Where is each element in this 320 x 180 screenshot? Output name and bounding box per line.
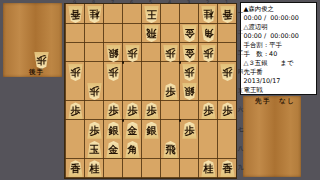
rank-label-6: 六 <box>237 106 244 113</box>
piece-sente-77[interactable]: 銀 <box>106 122 121 139</box>
sente-captured-stand[interactable]: 先手 なし <box>243 96 301 177</box>
piece-gote-74[interactable]: 歩 <box>106 64 121 81</box>
piece-gote-91[interactable]: 香 <box>68 6 83 23</box>
file-label-9: 9 <box>65 0 84 5</box>
piece-gote-81[interactable]: 桂 <box>87 6 102 23</box>
piece-sente-19[interactable]: 香 <box>220 160 235 177</box>
rank-label-2: 二 <box>237 29 244 36</box>
piece-gote-11[interactable]: 香 <box>220 6 235 23</box>
piece-sente-68[interactable]: 角 <box>125 141 140 158</box>
piece-sente-78[interactable]: 金 <box>106 141 121 158</box>
panel-line-8: 先手番 <box>244 68 317 77</box>
rank-label-7: 七 <box>237 126 244 133</box>
game-info-panel: ▲森内俊之00:00 / 00:00:00△渡辺明00:00 / 00:00:0… <box>240 2 317 95</box>
piece-gote-21[interactable]: 桂 <box>201 6 216 23</box>
piece-gote-34[interactable]: 歩 <box>182 64 197 81</box>
hoshi-dot <box>122 61 125 64</box>
piece-gote-23[interactable]: 歩 <box>201 45 216 62</box>
piece-sente-99[interactable]: 香 <box>68 160 83 177</box>
piece-gote-85[interactable]: 歩 <box>87 83 102 100</box>
panel-line-10: 電王戦 <box>244 86 317 95</box>
panel-line-6: 手 数：40 <box>244 50 317 59</box>
rank-label-3: 三 <box>237 49 244 56</box>
panel-line-1: ▲森内俊之 <box>244 5 317 14</box>
piece-sente-26[interactable]: 歩 <box>201 102 216 119</box>
piece-gote-52[interactable]: 飛 <box>144 25 159 42</box>
piece-sente-57[interactable]: 銀 <box>144 122 159 139</box>
shogi-board[interactable]: 香桂王桂香飛金角銀歩歩金歩歩歩歩歩歩銀歩歩歩歩歩歩歩歩銀金銀歩玉金角飛香桂桂香 <box>64 3 237 179</box>
piece-sente-96[interactable]: 歩 <box>68 102 83 119</box>
panel-line-9: 2013/10/17 <box>244 77 317 86</box>
piece-sente-89[interactable]: 桂 <box>87 160 102 177</box>
rank-label-1: 一 <box>237 10 244 17</box>
file-label-8: 8 <box>84 0 103 5</box>
hoshi-dot <box>122 119 125 122</box>
panel-line-5: 手合割：平手 <box>244 41 317 50</box>
piece-gote-35[interactable]: 銀 <box>182 83 197 100</box>
piece-gote-22[interactable]: 角 <box>201 25 216 42</box>
piece-gote-32[interactable]: 金 <box>182 25 197 42</box>
piece-gote-33[interactable]: 金 <box>182 45 197 62</box>
piece-gote-43[interactable]: 歩 <box>163 45 178 62</box>
piece-gote-73[interactable]: 銀 <box>106 45 121 62</box>
rank-label-4: 四 <box>237 68 244 75</box>
gote-stand-label: 後手 <box>29 68 44 77</box>
file-label-1: 1 <box>217 0 236 5</box>
file-label-2: 2 <box>198 0 217 5</box>
piece-sente-48[interactable]: 飛 <box>163 141 178 158</box>
file-label-7: 7 <box>103 0 122 5</box>
piece-sente-56[interactable]: 歩 <box>144 102 159 119</box>
panel-line-3: △渡辺明 <box>244 23 317 32</box>
panel-line-2: 00:00 / 00:00:00 <box>244 14 317 23</box>
piece-sente-67[interactable]: 金 <box>125 122 140 139</box>
file-label-5: 5 <box>141 0 160 5</box>
rank-label-8: 八 <box>237 145 244 152</box>
piece-sente-87[interactable]: 歩 <box>87 122 102 139</box>
piece-sente-37[interactable]: 歩 <box>182 122 197 139</box>
piece-gote-63[interactable]: 歩 <box>125 45 140 62</box>
rank-label-5: 五 <box>237 87 244 94</box>
piece-sente-16[interactable]: 歩 <box>220 102 235 119</box>
piece-sente-88[interactable]: 玉 <box>87 141 102 158</box>
shogi-replay-screen: 歩後手 香桂王桂香飛金角銀歩歩金歩歩歩歩歩歩銀歩歩歩歩歩歩歩歩銀金銀歩玉金角飛香… <box>0 0 320 180</box>
piece-gote-51[interactable]: 王 <box>144 6 159 23</box>
sente-stand-label: 先手 なし <box>255 97 295 106</box>
hand-piece-gote-歩[interactable]: 歩 <box>34 52 49 69</box>
piece-sente-29[interactable]: 桂 <box>201 160 216 177</box>
piece-sente-66[interactable]: 歩 <box>125 102 140 119</box>
hoshi-dot <box>179 119 182 122</box>
panel-line-7: △３五銀 まで <box>244 59 317 68</box>
panel-line-4: 00:00 / 00:00:00 <box>244 32 317 41</box>
piece-sente-45[interactable]: 歩 <box>163 83 178 100</box>
piece-gote-94[interactable]: 歩 <box>68 64 83 81</box>
file-label-6: 6 <box>122 0 141 5</box>
gote-captured-stand[interactable]: 歩後手 <box>3 3 62 77</box>
file-label-4: 4 <box>160 0 179 5</box>
hoshi-dot <box>179 61 182 64</box>
piece-sente-76[interactable]: 歩 <box>106 102 121 119</box>
piece-gote-14[interactable]: 歩 <box>220 64 235 81</box>
file-label-3: 3 <box>179 0 198 5</box>
rank-label-9: 九 <box>237 164 244 171</box>
